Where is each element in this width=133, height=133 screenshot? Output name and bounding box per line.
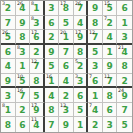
cage-sum-label: 17 <box>60 1 66 6</box>
cell-r5c5[interactable]: 6 <box>59 59 74 74</box>
cage-sum-label: 3 <box>75 74 78 79</box>
cell-r1c3[interactable]: 81 <box>30 1 45 16</box>
cell-r9c4[interactable]: 7 <box>45 117 60 132</box>
cell-r3c2[interactable]: 8 <box>16 30 31 45</box>
cell-r4c8[interactable]: 1 <box>103 45 118 60</box>
solution-digit: 9 <box>63 121 69 130</box>
cell-r7c6[interactable]: 6 <box>74 88 89 103</box>
cell-r7c4[interactable]: 4 <box>45 88 60 103</box>
solution-digit: 9 <box>48 48 54 57</box>
solution-digit: 6 <box>48 19 54 28</box>
solution-digit: 9 <box>122 92 128 101</box>
solution-digit: 6 <box>92 77 98 86</box>
cell-r2c4[interactable]: 6 <box>45 16 60 31</box>
cage-sum-label: 17 <box>31 30 37 35</box>
solution-digit: 9 <box>19 19 25 28</box>
cell-r1c6[interactable]: 267 <box>74 1 89 16</box>
cell-r8c5[interactable]: 133 <box>59 103 74 118</box>
solution-digit: 4 <box>92 106 98 115</box>
solution-digit: 8 <box>107 92 113 101</box>
solution-digit: 8 <box>33 77 39 86</box>
solution-digit: 2 <box>19 106 25 115</box>
cell-r4c7[interactable]: 5 <box>88 45 103 60</box>
cage-sum-label: 26 <box>2 30 8 35</box>
cell-r3c5[interactable]: 201 <box>59 30 74 45</box>
cell-r3c6[interactable]: 179 <box>74 30 89 45</box>
solution-digit: 5 <box>122 121 128 130</box>
solution-digit: 3 <box>5 92 11 101</box>
cage-sum-label: 7 <box>89 74 92 79</box>
cell-r5c1[interactable]: 4 <box>1 59 16 74</box>
cell-r4c4[interactable]: 9 <box>45 45 60 60</box>
killer-sudoku-screen: 3226481317826791556798365487212658176220… <box>0 0 133 133</box>
solution-digit: 5 <box>77 106 83 115</box>
solution-digit: 4 <box>5 62 11 71</box>
cell-r3c4[interactable]: 2 <box>45 30 60 45</box>
solution-digit: 2 <box>107 19 113 28</box>
cell-r9c2[interactable]: 6 <box>16 117 31 132</box>
solution-digit: 7 <box>33 62 39 71</box>
cell-r1c2[interactable]: 264 <box>16 1 31 16</box>
cell-r6c5[interactable]: 4 <box>59 74 74 89</box>
solution-digit: 2 <box>63 92 69 101</box>
cell-r6c1[interactable]: 9 <box>1 74 16 89</box>
cell-r8c2[interactable]: 2 <box>16 103 31 118</box>
cell-r8c7[interactable]: 74 <box>88 103 103 118</box>
cell-r5c7[interactable]: 3 <box>88 59 103 74</box>
cell-r1c8[interactable]: 155 <box>103 1 118 16</box>
solution-digit: 1 <box>122 19 128 28</box>
cell-r7c1[interactable]: 3 <box>1 88 16 103</box>
cell-r2c7[interactable]: 8 <box>88 16 103 31</box>
cell-r7c8[interactable]: 8 <box>103 88 118 103</box>
cell-r6c7[interactable]: 76 <box>88 74 103 89</box>
cell-r1c1[interactable]: 32 <box>1 1 16 16</box>
cell-r6c4[interactable]: 161 <box>45 74 60 89</box>
cage-sum-label: 10 <box>17 74 23 79</box>
cell-r2c8[interactable]: 72 <box>103 16 118 31</box>
solution-digit: 2 <box>92 121 98 130</box>
cell-r9c5[interactable]: 9 <box>59 117 74 132</box>
cell-r8c8[interactable]: 6 <box>103 103 118 118</box>
cell-r9c3[interactable]: 114 <box>30 117 45 132</box>
cell-r4c6[interactable]: 8 <box>74 45 89 60</box>
solution-digit: 2 <box>48 33 54 42</box>
solution-digit: 4 <box>33 121 39 130</box>
cell-r4c5[interactable]: 7 <box>59 45 74 60</box>
cell-r8c1[interactable]: 81 <box>1 103 16 118</box>
solution-digit: 3 <box>92 62 98 71</box>
solution-digit: 7 <box>5 19 11 28</box>
solution-digit: 9 <box>107 62 113 71</box>
cell-r3c9[interactable]: 3 <box>117 30 132 45</box>
cell-r4c1[interactable]: 6 <box>1 45 16 60</box>
cage-sum-label: 15 <box>104 1 110 6</box>
cell-r5c8[interactable]: 9 <box>103 59 118 74</box>
solution-digit: 8 <box>19 33 25 42</box>
solution-digit: 1 <box>19 62 25 71</box>
cage-sum-label: 7 <box>89 103 92 108</box>
cell-r3c8[interactable]: 4 <box>103 30 118 45</box>
cage-sum-label: 12 <box>89 30 95 35</box>
solution-digit: 8 <box>5 121 11 130</box>
solution-digit: 6 <box>5 48 11 57</box>
cage-sum-label: 17 <box>75 30 81 35</box>
sudoku-board: 3226481317826791556798365487212658176220… <box>0 0 133 133</box>
cage-sum-label: 3 <box>2 1 5 6</box>
solution-digit: 3 <box>48 4 54 13</box>
solution-digit: 3 <box>122 33 128 42</box>
solution-digit: 5 <box>33 92 39 101</box>
cage-sum-label: 7 <box>104 16 107 21</box>
cage-sum-label: 26 <box>75 1 81 6</box>
cell-r7c7[interactable]: 1 <box>88 88 103 103</box>
solution-digit: 4 <box>63 77 69 86</box>
cage-sum-label: 12 <box>31 59 37 64</box>
cell-r7c5[interactable]: 2 <box>59 88 74 103</box>
cell-r3c1[interactable]: 265 <box>1 30 16 45</box>
cell-r9c6[interactable]: 1 <box>74 117 89 132</box>
solution-digit: 8 <box>92 19 98 28</box>
solution-digit: 5 <box>92 48 98 57</box>
cell-r3c3[interactable]: 176 <box>30 30 45 45</box>
cell-r2c1[interactable]: 7 <box>1 16 16 31</box>
cell-r8c6[interactable]: 5 <box>74 103 89 118</box>
solution-digit: 1 <box>107 48 113 57</box>
cage-sum-label: 13 <box>60 103 66 108</box>
cell-r8c9[interactable]: 7 <box>117 103 132 118</box>
cell-r6c9[interactable]: 2 <box>117 74 132 89</box>
solution-digit: 6 <box>19 121 25 130</box>
solution-digit: 2 <box>77 62 83 71</box>
cell-r9c8[interactable]: 3 <box>103 117 118 132</box>
solution-digit: 2 <box>33 48 39 57</box>
solution-digit: 1 <box>5 106 11 115</box>
cell-r1c7[interactable]: 9 <box>88 1 103 16</box>
cell-r1c5[interactable]: 178 <box>59 1 74 16</box>
solution-digit: 6 <box>77 92 83 101</box>
cell-r2c6[interactable]: 4 <box>74 16 89 31</box>
solution-digit: 7 <box>122 106 128 115</box>
solution-digit: 7 <box>19 92 25 101</box>
solution-digit: 5 <box>48 62 54 71</box>
cell-r2c3[interactable]: 83 <box>30 16 45 31</box>
cell-r1c4[interactable]: 3 <box>45 1 60 16</box>
cell-r1c9[interactable]: 6 <box>117 1 132 16</box>
solution-digit: 7 <box>63 48 69 57</box>
cage-sum-label: 8 <box>2 103 5 108</box>
solution-digit: 1 <box>92 92 98 101</box>
cell-r9c1[interactable]: 8 <box>1 117 16 132</box>
solution-digit: 8 <box>122 62 128 71</box>
cage-sum-label: 21 <box>118 45 124 50</box>
solution-digit: 2 <box>5 4 11 13</box>
cage-sum-label: 17 <box>31 103 37 108</box>
solution-digit: 4 <box>107 33 113 42</box>
cell-r6c8[interactable]: 117 <box>103 74 118 89</box>
cell-r6c3[interactable]: 8 <box>30 74 45 89</box>
cage-sum-label: 8 <box>17 45 20 50</box>
solution-digit: 6 <box>63 62 69 71</box>
cell-r6c2[interactable]: 105 <box>16 74 31 89</box>
cell-r9c7[interactable]: 2 <box>88 117 103 132</box>
cage-sum-label: 20 <box>60 30 66 35</box>
solution-digit: 6 <box>122 4 128 13</box>
cell-r4c9[interactable]: 214 <box>117 45 132 60</box>
cage-sum-label: 8 <box>31 1 34 6</box>
solution-digit: 1 <box>77 121 83 130</box>
cage-sum-label: 16 <box>46 74 52 79</box>
cell-r8c3[interactable]: 179 <box>30 103 45 118</box>
cell-r5c4[interactable]: 5 <box>45 59 60 74</box>
cell-r8c4[interactable]: 8 <box>45 103 60 118</box>
cell-r5c6[interactable]: 52 <box>74 59 89 74</box>
solution-digit: 8 <box>77 48 83 57</box>
cage-sum-label: 11 <box>31 117 37 122</box>
cell-r7c9[interactable]: 249 <box>117 88 132 103</box>
cage-sum-label: 26 <box>17 1 23 6</box>
solution-digit: 2 <box>122 77 128 86</box>
cell-r4c2[interactable]: 83 <box>16 45 31 60</box>
cell-r4c3[interactable]: 2 <box>30 45 45 60</box>
cell-r6c6[interactable]: 33 <box>74 74 89 89</box>
solution-digit: 4 <box>48 92 54 101</box>
cage-sum-label: 11 <box>104 74 110 79</box>
cage-sum-label: 16 <box>17 88 23 93</box>
cell-r2c9[interactable]: 1 <box>117 16 132 31</box>
cell-r9c9[interactable]: 5 <box>117 117 132 132</box>
cell-r3c7[interactable]: 127 <box>88 30 103 45</box>
solution-digit: 7 <box>48 121 54 130</box>
cell-r2c5[interactable]: 5 <box>59 16 74 31</box>
cell-r5c9[interactable]: 8 <box>117 59 132 74</box>
cell-r5c2[interactable]: 1 <box>16 59 31 74</box>
solution-digit: 3 <box>107 121 113 130</box>
cage-sum-label: 24 <box>118 88 124 93</box>
cage-sum-label: 5 <box>75 59 78 64</box>
cell-r5c3[interactable]: 127 <box>30 59 45 74</box>
solution-digit: 9 <box>92 4 98 13</box>
cell-r7c3[interactable]: 5 <box>30 88 45 103</box>
solution-digit: 8 <box>48 106 54 115</box>
solution-digit: 5 <box>63 19 69 28</box>
cell-r2c2[interactable]: 9 <box>16 16 31 31</box>
solution-digit: 9 <box>5 77 11 86</box>
cage-sum-label: 8 <box>31 16 34 21</box>
solution-digit: 4 <box>77 19 83 28</box>
solution-digit: 6 <box>107 106 113 115</box>
cell-r7c2[interactable]: 167 <box>16 88 31 103</box>
